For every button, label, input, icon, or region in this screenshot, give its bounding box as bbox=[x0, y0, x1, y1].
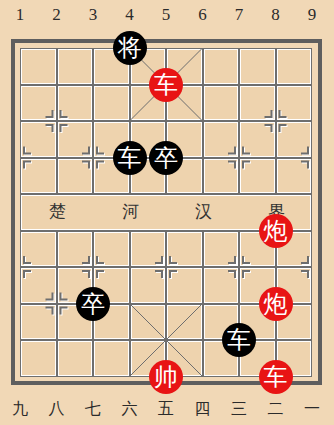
point-marker-highlight bbox=[229, 148, 251, 170]
piece-red-cannon-1[interactable]: 炮 bbox=[259, 214, 293, 248]
file-number-top: 2 bbox=[52, 5, 61, 25]
file-number-top: 4 bbox=[125, 5, 134, 25]
piece-black-chariot-1[interactable]: 车 bbox=[113, 141, 147, 175]
file-number-top: 8 bbox=[271, 5, 280, 25]
piece-black-soldier-2[interactable]: 卒 bbox=[76, 287, 110, 321]
xiangqi-board: 楚河汉界 将车车卒炮卒炮车帅车 123456789 九八七六五四三二一 bbox=[0, 0, 334, 425]
point-marker bbox=[155, 256, 177, 278]
point-marker bbox=[301, 147, 308, 169]
point-marker bbox=[265, 110, 287, 132]
file-number-top: 6 bbox=[198, 5, 207, 25]
point-marker bbox=[228, 147, 250, 169]
point-marker bbox=[46, 110, 68, 132]
point-marker-highlight bbox=[47, 111, 69, 133]
piece-red-chariot-2[interactable]: 车 bbox=[259, 360, 293, 394]
point-marker-highlight bbox=[47, 294, 69, 316]
point-marker-highlight bbox=[266, 111, 288, 133]
file-number-top: 3 bbox=[89, 5, 98, 25]
piece-black-soldier-1[interactable]: 卒 bbox=[149, 141, 183, 175]
point-marker-highlight bbox=[25, 257, 32, 279]
file-number-bottom: 一 bbox=[304, 399, 320, 420]
file-number-top: 5 bbox=[162, 5, 171, 25]
file-number-bottom: 七 bbox=[85, 399, 101, 420]
point-marker bbox=[82, 256, 104, 278]
file-number-bottom: 五 bbox=[158, 399, 174, 420]
file-number-bottom: 二 bbox=[268, 399, 284, 420]
file-number-top: 9 bbox=[308, 5, 317, 25]
file-number-top: 7 bbox=[235, 5, 244, 25]
file-number-bottom: 三 bbox=[231, 399, 247, 420]
point-marker bbox=[228, 256, 250, 278]
file-number-bottom: 九 bbox=[12, 399, 28, 420]
point-marker bbox=[82, 147, 104, 169]
point-marker-highlight bbox=[25, 148, 32, 170]
point-marker-highlight bbox=[156, 257, 178, 279]
file-number-top: 1 bbox=[16, 5, 25, 25]
piece-red-general[interactable]: 帅 bbox=[149, 360, 183, 394]
point-marker-highlight bbox=[229, 257, 251, 279]
point-marker-highlight bbox=[83, 257, 105, 279]
piece-black-general[interactable]: 将 bbox=[113, 31, 147, 65]
piece-black-chariot-2[interactable]: 车 bbox=[222, 323, 256, 357]
piece-red-chariot-1[interactable]: 车 bbox=[149, 68, 183, 102]
point-marker-highlight bbox=[83, 148, 105, 170]
file-number-bottom: 四 bbox=[195, 399, 211, 420]
point-marker bbox=[46, 293, 68, 315]
piece-red-cannon-2[interactable]: 炮 bbox=[259, 287, 293, 321]
point-marker bbox=[301, 256, 308, 278]
file-number-bottom: 六 bbox=[122, 399, 138, 420]
file-number-bottom: 八 bbox=[49, 399, 65, 420]
